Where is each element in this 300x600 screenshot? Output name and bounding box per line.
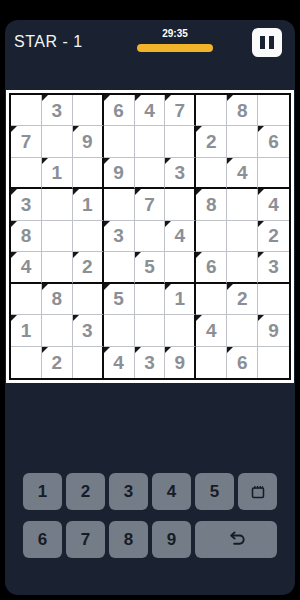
cell-r9c1[interactable] xyxy=(11,347,42,378)
cell-value: 9 xyxy=(82,132,93,151)
given-corner-mark xyxy=(227,347,233,353)
cell-r2c4[interactable] xyxy=(104,126,135,157)
cell-value: 3 xyxy=(175,163,186,182)
given-corner-mark xyxy=(135,347,141,353)
timer-text: 29:35 xyxy=(137,28,213,39)
cell-value: 7 xyxy=(21,132,32,151)
cell-r1c7[interactable] xyxy=(196,95,227,126)
given-corner-mark xyxy=(165,95,171,101)
cell-value: 3 xyxy=(82,321,93,340)
given-corner-mark xyxy=(73,189,79,195)
given-corner-mark xyxy=(196,126,202,132)
cell-value: 3 xyxy=(52,101,63,120)
cell-r9c7[interactable] xyxy=(196,347,227,378)
cell-value: 5 xyxy=(113,289,124,308)
cell-r6c8[interactable] xyxy=(227,252,258,283)
cell-r3c2[interactable]: 1 xyxy=(42,158,73,189)
cell-r1c2[interactable]: 3 xyxy=(42,95,73,126)
timer-progress-bar xyxy=(137,44,213,52)
cell-value: 3 xyxy=(21,195,32,214)
undo-icon xyxy=(225,530,247,549)
cell-r3c6[interactable]: 3 xyxy=(165,158,196,189)
cell-value: 1 xyxy=(175,289,186,308)
given-corner-mark xyxy=(227,95,233,101)
sudoku-board-grid: 3647879261934317848342425638512134924396 xyxy=(9,93,291,380)
cell-value: 8 xyxy=(52,289,63,308)
cell-r1c5[interactable]: 4 xyxy=(135,95,166,126)
cell-value: 9 xyxy=(175,353,186,372)
cell-value: 1 xyxy=(21,321,32,340)
given-corner-mark xyxy=(42,347,48,353)
cell-r7c9[interactable] xyxy=(258,284,289,315)
cell-r6c6[interactable] xyxy=(165,252,196,283)
cell-r2c1[interactable]: 7 xyxy=(11,126,42,157)
cell-r8c5[interactable] xyxy=(135,315,166,346)
given-corner-mark xyxy=(11,126,17,132)
cell-r4c1[interactable]: 3 xyxy=(11,189,42,220)
cell-r3c4[interactable]: 9 xyxy=(104,158,135,189)
cell-r8c9[interactable]: 9 xyxy=(258,315,289,346)
pause-icon xyxy=(260,36,265,49)
cell-r9c4[interactable]: 4 xyxy=(104,347,135,378)
cell-value: 4 xyxy=(237,163,248,182)
cell-value: 8 xyxy=(237,101,248,120)
cell-value: 2 xyxy=(268,226,279,245)
given-corner-mark xyxy=(165,221,171,227)
notes-button[interactable] xyxy=(238,473,277,510)
given-corner-mark xyxy=(165,158,171,164)
cell-r6c2[interactable] xyxy=(42,252,73,283)
cell-r4c2[interactable] xyxy=(42,189,73,220)
cell-r8c4[interactable] xyxy=(104,315,135,346)
key-7[interactable]: 7 xyxy=(66,521,105,558)
given-corner-mark xyxy=(227,284,233,290)
given-corner-mark xyxy=(73,315,79,321)
given-corner-mark xyxy=(104,347,110,353)
cell-r3c5[interactable] xyxy=(135,158,166,189)
cell-value: 4 xyxy=(206,321,217,340)
key-2[interactable]: 2 xyxy=(66,473,105,510)
cell-r5c1[interactable]: 8 xyxy=(11,221,42,252)
cell-r6c3[interactable]: 2 xyxy=(73,252,104,283)
cell-r7c5[interactable] xyxy=(135,284,166,315)
cell-r4c7[interactable]: 8 xyxy=(196,189,227,220)
given-corner-mark xyxy=(196,315,202,321)
cell-value: 4 xyxy=(268,195,279,214)
cell-r2c2[interactable] xyxy=(42,126,73,157)
cell-r8c8[interactable] xyxy=(227,315,258,346)
given-corner-mark xyxy=(42,158,48,164)
cell-value: 5 xyxy=(144,257,155,276)
cell-r3c8[interactable]: 4 xyxy=(227,158,258,189)
cell-value: 4 xyxy=(21,257,32,276)
notepad-icon xyxy=(249,483,267,501)
given-corner-mark xyxy=(135,95,141,101)
cell-value: 6 xyxy=(113,101,124,120)
key-1[interactable]: 1 xyxy=(23,473,62,510)
given-corner-mark xyxy=(258,315,264,321)
cell-r4c6[interactable] xyxy=(165,189,196,220)
cell-r7c4[interactable]: 5 xyxy=(104,284,135,315)
pause-icon xyxy=(269,36,274,49)
app-screen: STAR - 1 29:35 3647879261934317848342425… xyxy=(5,20,295,595)
cell-value: 3 xyxy=(268,257,279,276)
cell-r4c4[interactable] xyxy=(104,189,135,220)
given-corner-mark xyxy=(165,284,171,290)
cell-r8c1[interactable]: 1 xyxy=(11,315,42,346)
cell-value: 7 xyxy=(144,195,155,214)
given-corner-mark xyxy=(258,126,264,132)
given-corner-mark xyxy=(11,189,17,195)
cell-r3c3[interactable] xyxy=(73,158,104,189)
cell-value: 6 xyxy=(268,132,279,151)
given-corner-mark xyxy=(135,189,141,195)
cell-r5c7[interactable] xyxy=(196,221,227,252)
cell-value: 7 xyxy=(175,101,186,120)
given-corner-mark xyxy=(258,221,264,227)
given-corner-mark xyxy=(196,189,202,195)
sudoku-board: 3647879261934317848342425638512134924396 xyxy=(6,90,294,383)
key-4[interactable]: 4 xyxy=(152,473,191,510)
cell-r2c9[interactable]: 6 xyxy=(258,126,289,157)
cell-r4c5[interactable]: 7 xyxy=(135,189,166,220)
cell-r3c7[interactable] xyxy=(196,158,227,189)
given-corner-mark xyxy=(258,252,264,258)
cell-r5c9[interactable]: 2 xyxy=(258,221,289,252)
cell-r5c3[interactable] xyxy=(73,221,104,252)
cell-r5c8[interactable] xyxy=(227,221,258,252)
given-corner-mark xyxy=(104,95,110,101)
given-corner-mark xyxy=(165,347,171,353)
cell-value: 2 xyxy=(82,257,93,276)
given-corner-mark xyxy=(73,126,79,132)
keypad-row-2: 6789 xyxy=(23,521,283,558)
key-8[interactable]: 8 xyxy=(109,521,148,558)
cell-r6c4[interactable] xyxy=(104,252,135,283)
given-corner-mark xyxy=(258,189,264,195)
given-corner-mark xyxy=(42,95,48,101)
keypad-row-1: 12345 xyxy=(23,473,283,510)
cell-value: 1 xyxy=(82,195,93,214)
cell-r4c9[interactable]: 4 xyxy=(258,189,289,220)
cell-r4c8[interactable] xyxy=(227,189,258,220)
cell-value: 4 xyxy=(175,226,186,245)
given-corner-mark xyxy=(11,221,17,227)
cell-value: 4 xyxy=(144,101,155,120)
given-corner-mark xyxy=(11,315,17,321)
cell-r8c6[interactable] xyxy=(165,315,196,346)
cell-r9c3[interactable] xyxy=(73,347,104,378)
cell-value: 8 xyxy=(21,226,32,245)
cell-r2c8[interactable] xyxy=(227,126,258,157)
cell-r1c6[interactable]: 7 xyxy=(165,95,196,126)
cell-r6c9[interactable]: 3 xyxy=(258,252,289,283)
cell-r4c3[interactable]: 1 xyxy=(73,189,104,220)
cell-r9c5[interactable]: 3 xyxy=(135,347,166,378)
given-corner-mark xyxy=(227,158,233,164)
cell-r6c7[interactable]: 6 xyxy=(196,252,227,283)
cell-r7c7[interactable] xyxy=(196,284,227,315)
cell-value: 4 xyxy=(113,353,124,372)
cell-r7c3[interactable] xyxy=(73,284,104,315)
cell-value: 2 xyxy=(237,289,248,308)
cell-value: 6 xyxy=(237,353,248,372)
cell-r2c7[interactable]: 2 xyxy=(196,126,227,157)
cell-value: 9 xyxy=(268,321,279,340)
given-corner-mark xyxy=(104,221,110,227)
cell-r1c3[interactable] xyxy=(73,95,104,126)
cell-r1c9[interactable] xyxy=(258,95,289,126)
cell-r8c2[interactable] xyxy=(42,315,73,346)
cell-r7c2[interactable]: 8 xyxy=(42,284,73,315)
cell-r5c4[interactable]: 3 xyxy=(104,221,135,252)
undo-button[interactable] xyxy=(195,521,277,558)
cell-value: 8 xyxy=(206,195,217,214)
cell-r7c1[interactable] xyxy=(11,284,42,315)
cell-r1c8[interactable]: 8 xyxy=(227,95,258,126)
given-corner-mark xyxy=(196,252,202,258)
cell-r6c5[interactable]: 5 xyxy=(135,252,166,283)
given-corner-mark xyxy=(104,158,110,164)
cell-r8c7[interactable]: 4 xyxy=(196,315,227,346)
cell-r9c6[interactable]: 9 xyxy=(165,347,196,378)
cell-r5c2[interactable] xyxy=(42,221,73,252)
cell-r7c6[interactable]: 1 xyxy=(165,284,196,315)
cell-r1c4[interactable]: 6 xyxy=(104,95,135,126)
cell-r2c6[interactable] xyxy=(165,126,196,157)
cell-value: 3 xyxy=(113,226,124,245)
key-5[interactable]: 5 xyxy=(195,473,234,510)
key-3[interactable]: 3 xyxy=(109,473,148,510)
key-9[interactable]: 9 xyxy=(152,521,191,558)
given-corner-mark xyxy=(42,284,48,290)
cell-r6c1[interactable]: 4 xyxy=(11,252,42,283)
key-6[interactable]: 6 xyxy=(23,521,62,558)
cell-value: 1 xyxy=(52,163,63,182)
cell-r1c1[interactable] xyxy=(11,95,42,126)
cell-value: 9 xyxy=(113,163,124,182)
cell-r5c6[interactable]: 4 xyxy=(165,221,196,252)
cell-r9c2[interactable]: 2 xyxy=(42,347,73,378)
pause-button[interactable] xyxy=(252,28,282,57)
cell-r2c5[interactable] xyxy=(135,126,166,157)
cell-r3c1[interactable] xyxy=(11,158,42,189)
cell-value: 6 xyxy=(206,257,217,276)
cell-value: 2 xyxy=(52,353,63,372)
given-corner-mark xyxy=(104,284,110,290)
given-corner-mark xyxy=(11,252,17,258)
given-corner-mark xyxy=(135,252,141,258)
level-title: STAR - 1 xyxy=(14,33,83,51)
given-corner-mark xyxy=(73,252,79,258)
cell-r5c5[interactable] xyxy=(135,221,166,252)
cell-r8c3[interactable]: 3 xyxy=(73,315,104,346)
cell-r3c9[interactable] xyxy=(258,158,289,189)
cell-r9c8[interactable]: 6 xyxy=(227,347,258,378)
cell-r2c3[interactable]: 9 xyxy=(73,126,104,157)
cell-r9c9[interactable] xyxy=(258,347,289,378)
cell-r7c8[interactable]: 2 xyxy=(227,284,258,315)
cell-value: 3 xyxy=(144,353,155,372)
cell-value: 2 xyxy=(206,132,217,151)
